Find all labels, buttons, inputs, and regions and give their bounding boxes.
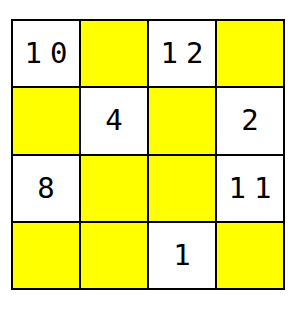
puzzle-board: 10 12 4 2 8 11 1 — [11, 19, 285, 290]
grid-cell-r2c3[interactable] — [149, 88, 215, 153]
grid-cell-r2c4[interactable]: 2 — [217, 88, 283, 153]
grid-cell-r3c4[interactable]: 11 — [217, 156, 283, 221]
grid-cell-r1c3[interactable]: 12 — [149, 21, 215, 86]
grid-cell-r4c4[interactable] — [217, 223, 283, 288]
grid-cell-r4c3[interactable]: 1 — [149, 223, 215, 288]
grid-cell-r1c2[interactable] — [81, 21, 147, 86]
grid-cell-r3c3[interactable] — [149, 156, 215, 221]
grid-cell-r2c2[interactable]: 4 — [81, 88, 147, 153]
grid-cell-r4c1[interactable] — [13, 223, 79, 288]
puzzle-page: 10 12 4 2 8 11 1 — [0, 0, 300, 310]
grid-cell-r2c1[interactable] — [13, 88, 79, 153]
grid-cell-r4c2[interactable] — [81, 223, 147, 288]
grid-cell-r3c1[interactable]: 8 — [13, 156, 79, 221]
grid-cell-r1c4[interactable] — [217, 21, 283, 86]
grid-cell-r3c2[interactable] — [81, 156, 147, 221]
grid-cell-r1c1[interactable]: 10 — [13, 21, 79, 86]
